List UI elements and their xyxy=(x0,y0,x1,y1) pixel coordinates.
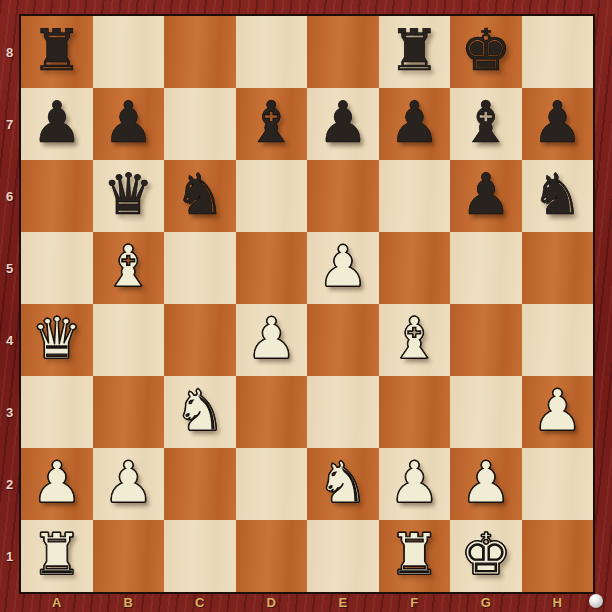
piece-white-pawn[interactable]: ♟ xyxy=(103,454,154,511)
square-d4[interactable]: ♟ xyxy=(236,304,308,376)
square-b4[interactable] xyxy=(93,304,165,376)
square-b1[interactable] xyxy=(93,520,165,592)
piece-black-king[interactable]: ♚ xyxy=(460,22,511,79)
square-e3[interactable] xyxy=(307,376,379,448)
rank-labels: 8 7 6 5 4 3 2 1 xyxy=(0,16,19,592)
square-a1[interactable]: ♜ xyxy=(21,520,93,592)
square-h8[interactable] xyxy=(522,16,594,88)
square-a7[interactable]: ♟ xyxy=(21,88,93,160)
square-e6[interactable] xyxy=(307,160,379,232)
rank-label-7: 7 xyxy=(0,88,19,160)
square-c8[interactable] xyxy=(164,16,236,88)
file-label-e: E xyxy=(307,593,379,612)
square-b5[interactable]: ♝ xyxy=(93,232,165,304)
square-d8[interactable] xyxy=(236,16,308,88)
piece-white-pawn[interactable]: ♟ xyxy=(389,454,440,511)
piece-white-pawn[interactable]: ♟ xyxy=(31,454,82,511)
chess-board[interactable]: ♜♜♚♟♟♝♟♟♝♟♛♞♟♞♝♟♛♟♝♞♟♟♟♞♟♟♜♜♚ xyxy=(21,16,593,592)
square-c5[interactable] xyxy=(164,232,236,304)
piece-black-knight[interactable]: ♞ xyxy=(174,166,225,223)
piece-black-pawn[interactable]: ♟ xyxy=(103,94,154,151)
square-g2[interactable]: ♟ xyxy=(450,448,522,520)
piece-white-pawn[interactable]: ♟ xyxy=(317,238,368,295)
square-e8[interactable] xyxy=(307,16,379,88)
rank-label-5: 5 xyxy=(0,232,19,304)
square-g4[interactable] xyxy=(450,304,522,376)
square-h5[interactable] xyxy=(522,232,594,304)
square-c4[interactable] xyxy=(164,304,236,376)
piece-black-pawn[interactable]: ♟ xyxy=(460,166,511,223)
square-g3[interactable] xyxy=(450,376,522,448)
piece-white-knight[interactable]: ♞ xyxy=(317,454,368,511)
piece-white-rook[interactable]: ♜ xyxy=(31,526,82,583)
square-d7[interactable]: ♝ xyxy=(236,88,308,160)
square-f8[interactable]: ♜ xyxy=(379,16,451,88)
square-c6[interactable]: ♞ xyxy=(164,160,236,232)
piece-white-knight[interactable]: ♞ xyxy=(174,382,225,439)
square-a8[interactable]: ♜ xyxy=(21,16,93,88)
square-a4[interactable]: ♛ xyxy=(21,304,93,376)
file-label-f: F xyxy=(379,593,451,612)
square-d2[interactable] xyxy=(236,448,308,520)
square-g5[interactable] xyxy=(450,232,522,304)
piece-black-pawn[interactable]: ♟ xyxy=(31,94,82,151)
square-h4[interactable] xyxy=(522,304,594,376)
piece-black-rook[interactable]: ♜ xyxy=(389,22,440,79)
white-to-move-indicator xyxy=(589,594,603,608)
file-label-b: B xyxy=(93,593,165,612)
piece-black-knight[interactable]: ♞ xyxy=(532,166,583,223)
square-f5[interactable] xyxy=(379,232,451,304)
rank-label-4: 4 xyxy=(0,304,19,376)
square-d5[interactable] xyxy=(236,232,308,304)
square-g6[interactable]: ♟ xyxy=(450,160,522,232)
square-f3[interactable] xyxy=(379,376,451,448)
square-f1[interactable]: ♜ xyxy=(379,520,451,592)
square-h1[interactable] xyxy=(522,520,594,592)
rank-label-6: 6 xyxy=(0,160,19,232)
square-e7[interactable]: ♟ xyxy=(307,88,379,160)
square-a3[interactable] xyxy=(21,376,93,448)
file-label-d: D xyxy=(236,593,308,612)
square-b8[interactable] xyxy=(93,16,165,88)
rank-label-2: 2 xyxy=(0,448,19,520)
square-a5[interactable] xyxy=(21,232,93,304)
piece-black-pawn[interactable]: ♟ xyxy=(317,94,368,151)
square-e2[interactable]: ♞ xyxy=(307,448,379,520)
square-d3[interactable] xyxy=(236,376,308,448)
file-label-h: H xyxy=(522,593,594,612)
square-b3[interactable] xyxy=(93,376,165,448)
square-d6[interactable] xyxy=(236,160,308,232)
piece-white-pawn[interactable]: ♟ xyxy=(532,382,583,439)
piece-white-pawn[interactable]: ♟ xyxy=(460,454,511,511)
rank-label-3: 3 xyxy=(0,376,19,448)
piece-white-queen[interactable]: ♛ xyxy=(31,310,82,367)
square-f7[interactable]: ♟ xyxy=(379,88,451,160)
piece-white-king[interactable]: ♚ xyxy=(460,526,511,583)
square-g1[interactable]: ♚ xyxy=(450,520,522,592)
square-c3[interactable]: ♞ xyxy=(164,376,236,448)
square-c7[interactable] xyxy=(164,88,236,160)
square-f2[interactable]: ♟ xyxy=(379,448,451,520)
square-b6[interactable]: ♛ xyxy=(93,160,165,232)
square-g7[interactable]: ♝ xyxy=(450,88,522,160)
square-c1[interactable] xyxy=(164,520,236,592)
piece-white-rook[interactable]: ♜ xyxy=(389,526,440,583)
square-c2[interactable] xyxy=(164,448,236,520)
piece-black-pawn[interactable]: ♟ xyxy=(532,94,583,151)
square-a6[interactable] xyxy=(21,160,93,232)
square-a2[interactable]: ♟ xyxy=(21,448,93,520)
piece-black-queen[interactable]: ♛ xyxy=(103,166,154,223)
square-b2[interactable]: ♟ xyxy=(93,448,165,520)
square-e1[interactable] xyxy=(307,520,379,592)
file-label-g: G xyxy=(450,593,522,612)
piece-black-pawn[interactable]: ♟ xyxy=(389,94,440,151)
square-d1[interactable] xyxy=(236,520,308,592)
file-label-a: A xyxy=(21,593,93,612)
rank-label-8: 8 xyxy=(0,16,19,88)
square-g8[interactable]: ♚ xyxy=(450,16,522,88)
square-h6[interactable]: ♞ xyxy=(522,160,594,232)
board-frame: 8 7 6 5 4 3 2 1 ♜♜♚♟♟♝♟♟♝♟♛♞♟♞♝♟♛♟♝♞♟♟♟♞… xyxy=(0,0,612,612)
square-e5[interactable]: ♟ xyxy=(307,232,379,304)
piece-black-rook[interactable]: ♜ xyxy=(31,22,82,79)
piece-white-bishop[interactable]: ♝ xyxy=(103,238,154,295)
piece-black-bishop[interactable]: ♝ xyxy=(246,94,297,151)
square-h7[interactable]: ♟ xyxy=(522,88,594,160)
square-f6[interactable] xyxy=(379,160,451,232)
piece-black-bishop[interactable]: ♝ xyxy=(460,94,511,151)
square-h2[interactable] xyxy=(522,448,594,520)
piece-white-bishop[interactable]: ♝ xyxy=(389,310,440,367)
file-label-c: C xyxy=(164,593,236,612)
file-labels: A B C D E F G H xyxy=(21,593,593,612)
square-h3[interactable]: ♟ xyxy=(522,376,594,448)
rank-label-1: 1 xyxy=(0,520,19,592)
square-b7[interactable]: ♟ xyxy=(93,88,165,160)
square-f4[interactable]: ♝ xyxy=(379,304,451,376)
square-e4[interactable] xyxy=(307,304,379,376)
piece-white-pawn[interactable]: ♟ xyxy=(246,310,297,367)
